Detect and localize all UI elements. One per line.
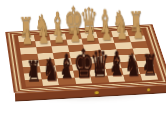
chess-board: ♜♞♝♚♛♝♞♜♟♟♟♟♟♟♟♟♟♟♟♟♟♟♟♟♜♞♝♚♛♝♞♜ — [5, 24, 166, 93]
brass-hinge-icon — [147, 88, 150, 91]
camera-roll-wrapper: ♜♞♝♚♛♝♞♜♟♟♟♟♟♟♟♟♟♟♟♟♟♟♟♟♜♞♝♚♛♝♞♜ — [2, 0, 163, 120]
perspective-wrapper: ♜♞♝♚♛♝♞♜♟♟♟♟♟♟♟♟♟♟♟♟♟♟♟♟♜♞♝♚♛♝♞♜ — [2, 0, 163, 120]
square-a8: ♜ — [140, 73, 158, 81]
chess-set-photo: ♜♞♝♚♛♝♞♜♟♟♟♟♟♟♟♟♟♟♟♟♟♟♟♟♜♞♝♚♛♝♞♜ — [0, 0, 166, 120]
square-b7: ♟ — [122, 67, 140, 74]
square-e8: ♚ — [74, 77, 92, 85]
square-f8: ♝ — [58, 77, 76, 85]
brass-latch-icon — [95, 91, 99, 95]
